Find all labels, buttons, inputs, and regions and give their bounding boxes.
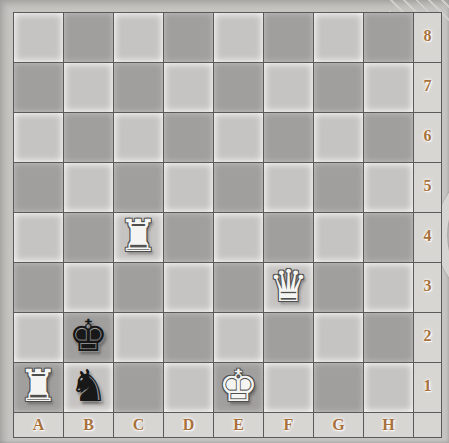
- square-f4[interactable]: [264, 213, 314, 263]
- square-h7[interactable]: [364, 63, 414, 113]
- square-a6[interactable]: [14, 113, 64, 163]
- file-label-f: F: [264, 413, 314, 437]
- square-d4[interactable]: [164, 213, 214, 263]
- square-c7[interactable]: [114, 63, 164, 113]
- file-label-h: H: [364, 413, 414, 437]
- square-a5[interactable]: [14, 163, 64, 213]
- square-h3[interactable]: [364, 263, 414, 313]
- square-d5[interactable]: [164, 163, 214, 213]
- square-f2[interactable]: [264, 313, 314, 363]
- square-b2[interactable]: ♚: [64, 313, 114, 363]
- square-e3[interactable]: [214, 263, 264, 313]
- square-c1[interactable]: [114, 363, 164, 413]
- rank-label-8: 8: [414, 13, 441, 63]
- square-d2[interactable]: [164, 313, 214, 363]
- square-b1[interactable]: ♞: [64, 363, 114, 413]
- square-b5[interactable]: [64, 163, 114, 213]
- square-e4[interactable]: [214, 213, 264, 263]
- rank-label-1: 1: [414, 363, 441, 413]
- square-b8[interactable]: [64, 13, 114, 63]
- square-f8[interactable]: [264, 13, 314, 63]
- square-g5[interactable]: [314, 163, 364, 213]
- square-c5[interactable]: [114, 163, 164, 213]
- square-a1[interactable]: ♜: [14, 363, 64, 413]
- corner-cell: [414, 413, 441, 437]
- square-e6[interactable]: [214, 113, 264, 163]
- square-e7[interactable]: [214, 63, 264, 113]
- square-c8[interactable]: [114, 13, 164, 63]
- square-h1[interactable]: [364, 363, 414, 413]
- black-knight-b1[interactable]: ♞: [69, 364, 108, 408]
- square-h5[interactable]: [364, 163, 414, 213]
- square-a3[interactable]: [14, 263, 64, 313]
- square-e8[interactable]: [214, 13, 264, 63]
- file-label-g: G: [314, 413, 364, 437]
- square-a8[interactable]: [14, 13, 64, 63]
- square-c6[interactable]: [114, 113, 164, 163]
- square-h6[interactable]: [364, 113, 414, 163]
- file-label-d: D: [164, 413, 214, 437]
- square-h2[interactable]: [364, 313, 414, 363]
- rank-label-3: 3: [414, 263, 441, 313]
- square-f1[interactable]: [264, 363, 314, 413]
- square-d3[interactable]: [164, 263, 214, 313]
- square-f3[interactable]: ♛: [264, 263, 314, 313]
- rank-label-6: 6: [414, 113, 441, 163]
- square-d1[interactable]: [164, 363, 214, 413]
- file-label-b: B: [64, 413, 114, 437]
- chess-board-app: 8765♜4♛3♚2♜♞♚1ABCDEFGH: [0, 0, 449, 443]
- square-c4[interactable]: ♜: [114, 213, 164, 263]
- square-b3[interactable]: [64, 263, 114, 313]
- square-g4[interactable]: [314, 213, 364, 263]
- square-e1[interactable]: ♚: [214, 363, 264, 413]
- board-grid: 8765♜4♛3♚2♜♞♚1ABCDEFGH: [13, 12, 442, 438]
- square-d8[interactable]: [164, 13, 214, 63]
- square-g3[interactable]: [314, 263, 364, 313]
- square-a7[interactable]: [14, 63, 64, 113]
- square-h4[interactable]: [364, 213, 414, 263]
- file-label-e: E: [214, 413, 264, 437]
- square-h8[interactable]: [364, 13, 414, 63]
- square-g6[interactable]: [314, 113, 364, 163]
- square-e5[interactable]: [214, 163, 264, 213]
- square-g8[interactable]: [314, 13, 364, 63]
- white-rook-c4[interactable]: ♜: [119, 214, 158, 258]
- white-rook-a1[interactable]: ♜: [19, 364, 58, 408]
- square-f6[interactable]: [264, 113, 314, 163]
- square-c2[interactable]: [114, 313, 164, 363]
- square-b4[interactable]: [64, 213, 114, 263]
- square-b6[interactable]: [64, 113, 114, 163]
- rank-label-2: 2: [414, 313, 441, 363]
- rank-label-7: 7: [414, 63, 441, 113]
- square-g2[interactable]: [314, 313, 364, 363]
- rank-label-4: 4: [414, 213, 441, 263]
- square-d7[interactable]: [164, 63, 214, 113]
- square-f5[interactable]: [264, 163, 314, 213]
- square-f7[interactable]: [264, 63, 314, 113]
- square-c3[interactable]: [114, 263, 164, 313]
- rank-label-5: 5: [414, 163, 441, 213]
- square-e2[interactable]: [214, 313, 264, 363]
- black-king-b2[interactable]: ♚: [69, 314, 108, 358]
- square-b7[interactable]: [64, 63, 114, 113]
- square-d6[interactable]: [164, 113, 214, 163]
- square-g1[interactable]: [314, 363, 364, 413]
- square-g7[interactable]: [314, 63, 364, 113]
- square-a2[interactable]: [14, 313, 64, 363]
- file-label-c: C: [114, 413, 164, 437]
- white-king-e1[interactable]: ♚: [219, 364, 258, 408]
- white-queen-f3[interactable]: ♛: [269, 264, 308, 308]
- file-label-a: A: [14, 413, 64, 437]
- square-a4[interactable]: [14, 213, 64, 263]
